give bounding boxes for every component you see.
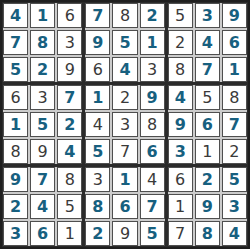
cell-r1c1[interactable]: 4: [3, 3, 28, 28]
cell-r7c5[interactable]: 1: [112, 167, 137, 192]
cell-r9c9[interactable]: 4: [222, 221, 247, 246]
cell-r8c5[interactable]: 6: [112, 194, 137, 219]
cell-r9c5[interactable]: 9: [112, 221, 137, 246]
cell-r7c3[interactable]: 8: [57, 167, 82, 192]
cell-r4c7[interactable]: 4: [168, 85, 193, 110]
cell-r6c8[interactable]: 1: [195, 139, 220, 164]
cell-r5c2[interactable]: 5: [30, 112, 55, 137]
cell-r8c9[interactable]: 3: [222, 194, 247, 219]
box-2: 782951643: [85, 3, 164, 82]
cell-r6c6[interactable]: 6: [140, 139, 165, 164]
cell-r2c5[interactable]: 5: [112, 30, 137, 55]
cell-r7c1[interactable]: 9: [3, 167, 28, 192]
cell-r8c1[interactable]: 2: [3, 194, 28, 219]
cell-r7c2[interactable]: 7: [30, 167, 55, 192]
cell-r3c7[interactable]: 8: [168, 57, 193, 82]
cell-r9c6[interactable]: 5: [140, 221, 165, 246]
cell-r6c1[interactable]: 8: [3, 139, 28, 164]
cell-r3c4[interactable]: 6: [85, 57, 110, 82]
cell-r9c1[interactable]: 3: [3, 221, 28, 246]
box-6: 458967312: [168, 85, 247, 164]
cell-r4c6[interactable]: 9: [140, 85, 165, 110]
cell-r8c8[interactable]: 9: [195, 194, 220, 219]
cell-r7c6[interactable]: 4: [140, 167, 165, 192]
cell-r5c4[interactable]: 4: [85, 112, 110, 137]
cell-r3c3[interactable]: 9: [57, 57, 82, 82]
cell-r7c9[interactable]: 5: [222, 167, 247, 192]
cell-r1c6[interactable]: 2: [140, 3, 165, 28]
cell-r1c5[interactable]: 8: [112, 3, 137, 28]
cell-r5c5[interactable]: 3: [112, 112, 137, 137]
cell-r3c2[interactable]: 2: [30, 57, 55, 82]
cell-r4c8[interactable]: 5: [195, 85, 220, 110]
cell-r3c5[interactable]: 4: [112, 57, 137, 82]
cell-r7c8[interactable]: 2: [195, 167, 220, 192]
cell-r1c7[interactable]: 5: [168, 3, 193, 28]
cell-r8c6[interactable]: 7: [140, 194, 165, 219]
cell-r8c4[interactable]: 8: [85, 194, 110, 219]
cell-r1c9[interactable]: 9: [222, 3, 247, 28]
cell-r2c9[interactable]: 6: [222, 30, 247, 55]
cell-r7c4[interactable]: 3: [85, 167, 110, 192]
cell-r9c7[interactable]: 7: [168, 221, 193, 246]
cell-r1c8[interactable]: 3: [195, 3, 220, 28]
cell-r6c4[interactable]: 5: [85, 139, 110, 164]
cell-r6c7[interactable]: 3: [168, 139, 193, 164]
cell-r3c9[interactable]: 1: [222, 57, 247, 82]
box-1: 416783529: [3, 3, 82, 82]
cell-r1c3[interactable]: 6: [57, 3, 82, 28]
box-4: 637152894: [3, 85, 82, 164]
cell-r1c4[interactable]: 7: [85, 3, 110, 28]
cell-r6c9[interactable]: 2: [222, 139, 247, 164]
cell-r3c6[interactable]: 3: [140, 57, 165, 82]
cell-r6c5[interactable]: 7: [112, 139, 137, 164]
cell-r9c4[interactable]: 2: [85, 221, 110, 246]
cell-r4c3[interactable]: 7: [57, 85, 82, 110]
box-3: 539246871: [168, 3, 247, 82]
cell-r1c2[interactable]: 1: [30, 3, 55, 28]
cell-r9c8[interactable]: 8: [195, 221, 220, 246]
cell-r9c3[interactable]: 1: [57, 221, 82, 246]
cell-r2c8[interactable]: 4: [195, 30, 220, 55]
cell-r5c9[interactable]: 7: [222, 112, 247, 137]
cell-r6c2[interactable]: 9: [30, 139, 55, 164]
cell-r2c6[interactable]: 1: [140, 30, 165, 55]
cell-r8c3[interactable]: 5: [57, 194, 82, 219]
cell-r2c4[interactable]: 9: [85, 30, 110, 55]
box-7: 978245361: [3, 167, 82, 246]
sudoku-board: 4167835297829516435392468716371528941294…: [0, 0, 250, 249]
cell-r4c9[interactable]: 8: [222, 85, 247, 110]
box-8: 314867295: [85, 167, 164, 246]
cell-r5c3[interactable]: 2: [57, 112, 82, 137]
cell-r2c7[interactable]: 2: [168, 30, 193, 55]
cell-r5c7[interactable]: 9: [168, 112, 193, 137]
cell-r3c1[interactable]: 5: [3, 57, 28, 82]
cell-r4c5[interactable]: 2: [112, 85, 137, 110]
cell-r6c3[interactable]: 4: [57, 139, 82, 164]
cell-r3c8[interactable]: 7: [195, 57, 220, 82]
cell-r5c6[interactable]: 8: [140, 112, 165, 137]
cell-r2c2[interactable]: 8: [30, 30, 55, 55]
cell-r4c4[interactable]: 1: [85, 85, 110, 110]
box-5: 129438576: [85, 85, 164, 164]
box-9: 625193784: [168, 167, 247, 246]
cell-r2c3[interactable]: 3: [57, 30, 82, 55]
cell-r4c2[interactable]: 3: [30, 85, 55, 110]
cell-r8c7[interactable]: 1: [168, 194, 193, 219]
cell-r5c1[interactable]: 1: [3, 112, 28, 137]
cell-r5c8[interactable]: 6: [195, 112, 220, 137]
cell-r2c1[interactable]: 7: [3, 30, 28, 55]
cell-r8c2[interactable]: 4: [30, 194, 55, 219]
cell-r4c1[interactable]: 6: [3, 85, 28, 110]
cell-r7c7[interactable]: 6: [168, 167, 193, 192]
cell-r9c2[interactable]: 6: [30, 221, 55, 246]
